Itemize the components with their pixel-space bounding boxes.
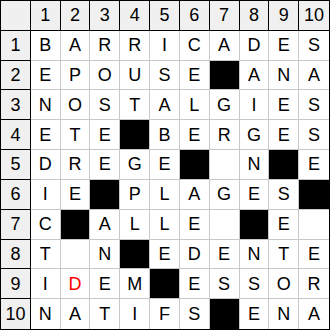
- cell-r9c1[interactable]: I: [31, 269, 61, 299]
- row-header-2: 2: [1, 61, 31, 91]
- cell-r7c5[interactable]: L: [150, 210, 180, 240]
- cell-r6c1[interactable]: I: [31, 180, 61, 210]
- cell-r8c5[interactable]: E: [150, 240, 180, 270]
- cell-r1c9[interactable]: E: [269, 31, 299, 61]
- corner-cell: [1, 1, 31, 31]
- cell-r9c8[interactable]: S: [240, 269, 270, 299]
- col-header-6: 6: [180, 1, 210, 31]
- cell-r5c4[interactable]: G: [120, 150, 150, 180]
- cell-r10c1[interactable]: N: [31, 299, 61, 329]
- cell-r8c1[interactable]: T: [31, 240, 61, 270]
- cell-r1c1[interactable]: B: [31, 31, 61, 61]
- cell-r7c1[interactable]: C: [31, 210, 61, 240]
- cell-r2c9[interactable]: N: [269, 61, 299, 91]
- cell-r3c6[interactable]: L: [180, 90, 210, 120]
- cell-r1c6[interactable]: C: [180, 31, 210, 61]
- cell-r9c6[interactable]: E: [180, 269, 210, 299]
- row-header-9: 9: [1, 269, 31, 299]
- cell-r2c3[interactable]: O: [90, 61, 120, 91]
- cell-r9c2[interactable]: D: [61, 269, 91, 299]
- cell-r6c7[interactable]: G: [210, 180, 240, 210]
- cell-r9c9[interactable]: O: [269, 269, 299, 299]
- cell-r9c4[interactable]: M: [120, 269, 150, 299]
- col-header-9: 9: [269, 1, 299, 31]
- cell-r6c4[interactable]: P: [120, 180, 150, 210]
- col-header-5: 5: [150, 1, 180, 31]
- cell-r5c2[interactable]: R: [61, 150, 91, 180]
- cell-r10c6[interactable]: S: [180, 299, 210, 329]
- cell-r3c2[interactable]: O: [61, 90, 91, 120]
- row-header-10: 10: [1, 299, 31, 329]
- cell-r9c10[interactable]: R: [299, 269, 329, 299]
- cell-r4c8[interactable]: G: [240, 120, 270, 150]
- cell-r8c10[interactable]: E: [299, 240, 329, 270]
- cell-r6c8[interactable]: E: [240, 180, 270, 210]
- cell-r10c8[interactable]: E: [240, 299, 270, 329]
- cell-r4c2[interactable]: T: [61, 120, 91, 150]
- cell-r8c7[interactable]: E: [210, 240, 240, 270]
- cell-r2c2[interactable]: P: [61, 61, 91, 91]
- row-header-5: 5: [1, 150, 31, 180]
- cell-r6c6[interactable]: A: [180, 180, 210, 210]
- cell-r1c5[interactable]: I: [150, 31, 180, 61]
- cell-r7c7[interactable]: [210, 210, 240, 240]
- cell-r3c8[interactable]: I: [240, 90, 270, 120]
- cell-r4c3[interactable]: E: [90, 120, 120, 150]
- cell-r5c7[interactable]: [210, 150, 240, 180]
- cell-r10c7-block[interactable]: [210, 299, 240, 329]
- cell-r10c10[interactable]: A: [299, 299, 329, 329]
- cell-r3c7[interactable]: G: [210, 90, 240, 120]
- cell-r10c9[interactable]: N: [269, 299, 299, 329]
- cell-r5c8[interactable]: N: [240, 150, 270, 180]
- cell-r5c1[interactable]: D: [31, 150, 61, 180]
- cell-r2c6[interactable]: E: [180, 61, 210, 91]
- cell-r7c8-block[interactable]: [240, 210, 270, 240]
- cell-r4c5[interactable]: B: [150, 120, 180, 150]
- cell-r3c5[interactable]: A: [150, 90, 180, 120]
- cell-r1c4[interactable]: R: [120, 31, 150, 61]
- cell-r2c10[interactable]: A: [299, 61, 329, 91]
- cell-r8c8[interactable]: N: [240, 240, 270, 270]
- cell-r8c4-block[interactable]: [120, 240, 150, 270]
- col-header-8: 8: [240, 1, 270, 31]
- cell-r6c10-block[interactable]: [299, 180, 329, 210]
- cell-r4c4-block[interactable]: [120, 120, 150, 150]
- cell-r4c10[interactable]: S: [299, 120, 329, 150]
- cell-r5c5[interactable]: E: [150, 150, 180, 180]
- cell-r9c5-block[interactable]: [150, 269, 180, 299]
- col-header-3: 3: [90, 1, 120, 31]
- cell-r8c3[interactable]: N: [90, 240, 120, 270]
- row-header-4: 4: [1, 120, 31, 150]
- cell-r10c2[interactable]: A: [61, 299, 91, 329]
- cell-r7c6[interactable]: E: [180, 210, 210, 240]
- cell-r5c6-block[interactable]: [180, 150, 210, 180]
- cell-r3c10[interactable]: S: [299, 90, 329, 120]
- cell-r3c9[interactable]: E: [269, 90, 299, 120]
- cell-r7c4[interactable]: L: [120, 210, 150, 240]
- row-header-6: 6: [1, 180, 31, 210]
- cell-r10c5[interactable]: F: [150, 299, 180, 329]
- cell-r1c2[interactable]: A: [61, 31, 91, 61]
- cell-r5c9-block[interactable]: [269, 150, 299, 180]
- cell-r2c4[interactable]: U: [120, 61, 150, 91]
- cell-r4c7[interactable]: R: [210, 120, 240, 150]
- cell-r1c7[interactable]: A: [210, 31, 240, 61]
- col-header-1: 1: [31, 1, 61, 31]
- cell-r10c4[interactable]: I: [120, 299, 150, 329]
- cell-r8c2[interactable]: [61, 240, 91, 270]
- col-header-4: 4: [120, 1, 150, 31]
- cell-r6c3-block[interactable]: [90, 180, 120, 210]
- cell-r9c7[interactable]: S: [210, 269, 240, 299]
- row-header-1: 1: [1, 31, 31, 61]
- cell-r8c9[interactable]: T: [269, 240, 299, 270]
- row-header-8: 8: [1, 240, 31, 270]
- col-header-10: 10: [299, 1, 329, 31]
- cell-r3c3[interactable]: S: [90, 90, 120, 120]
- cell-r5c3[interactable]: E: [90, 150, 120, 180]
- cell-r6c9[interactable]: S: [269, 180, 299, 210]
- cell-r5c10[interactable]: E: [299, 150, 329, 180]
- cell-r2c7-block[interactable]: [210, 61, 240, 91]
- cell-r4c1[interactable]: E: [31, 120, 61, 150]
- cell-r6c5[interactable]: L: [150, 180, 180, 210]
- cell-r3c1[interactable]: N: [31, 90, 61, 120]
- cell-r7c3[interactable]: A: [90, 210, 120, 240]
- row-header-3: 3: [1, 90, 31, 120]
- cell-r10c3[interactable]: T: [90, 299, 120, 329]
- cell-r2c8[interactable]: A: [240, 61, 270, 91]
- col-header-2: 2: [61, 1, 91, 31]
- cell-r2c5[interactable]: S: [150, 61, 180, 91]
- cell-r1c10[interactable]: S: [299, 31, 329, 61]
- cell-r4c9[interactable]: E: [269, 120, 299, 150]
- col-header-7: 7: [210, 1, 240, 31]
- cell-r9c3[interactable]: E: [90, 269, 120, 299]
- cell-r8c6[interactable]: D: [180, 240, 210, 270]
- cell-r7c10[interactable]: [299, 210, 329, 240]
- cell-r6c2[interactable]: E: [61, 180, 91, 210]
- cell-r3c4[interactable]: T: [120, 90, 150, 120]
- row-header-7: 7: [1, 210, 31, 240]
- cell-r1c3[interactable]: R: [90, 31, 120, 61]
- cell-r2c1[interactable]: E: [31, 61, 61, 91]
- crossword-board: 123456789101BARRICADES2EPOUSEANA3NOSTALG…: [0, 0, 330, 330]
- cell-r7c9[interactable]: E: [269, 210, 299, 240]
- cell-r1c8[interactable]: D: [240, 31, 270, 61]
- cell-r7c2-block[interactable]: [61, 210, 91, 240]
- cell-r4c6[interactable]: E: [180, 120, 210, 150]
